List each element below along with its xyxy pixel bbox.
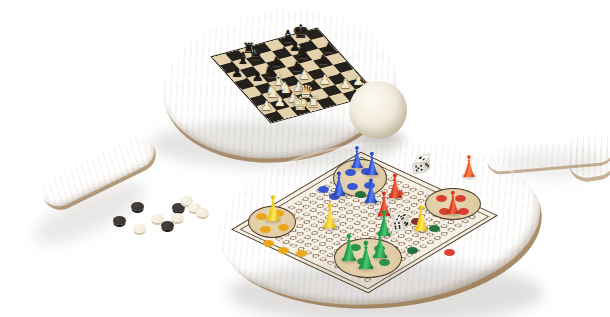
- draughts-chips-layer: [0, 0, 610, 317]
- draughts-chip-black: [131, 202, 144, 211]
- draughts-chip-white: [133, 224, 146, 233]
- draughts-chip-white: [171, 213, 184, 222]
- draughts-chip-white: [151, 214, 164, 223]
- draughts-chip-black: [113, 216, 126, 225]
- felt-ball: [349, 81, 407, 139]
- draughts-chip-black: [161, 221, 174, 230]
- draughts-chip-white: [196, 208, 209, 217]
- paddle-game-set-photo: ♜♝♚♝♛♟♟♟♞♟♟♞♟♟♝♟♞♞♟♟♟♟♟♛♟♟♚♜♜: [0, 0, 610, 317]
